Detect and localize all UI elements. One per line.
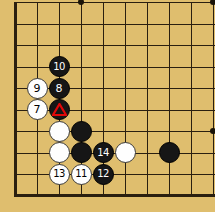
stone-black-C5 xyxy=(49,99,70,120)
stone-black-D3 xyxy=(71,142,92,163)
grid-line-horizontal xyxy=(14,45,215,46)
grid-line-vertical xyxy=(147,2,148,196)
go-board: 1089714131112 xyxy=(0,0,215,212)
grid-line-vertical xyxy=(191,2,192,196)
stone-black-E2: 12 xyxy=(93,164,114,185)
grid-line-horizontal xyxy=(14,2,215,3)
move-number-label: 8 xyxy=(56,82,63,93)
grid-line-horizontal xyxy=(14,67,215,68)
triangle-marker xyxy=(52,103,67,116)
stone-white-C2: 13 xyxy=(49,164,70,185)
stone-black-D4 xyxy=(71,121,92,142)
grid-line-horizontal xyxy=(14,131,215,132)
stone-black-C6: 8 xyxy=(49,78,70,99)
hoshi-dot xyxy=(210,128,215,134)
grid-line-vertical xyxy=(213,2,214,196)
move-number-label: 13 xyxy=(53,169,65,179)
grid-line-horizontal xyxy=(14,174,215,175)
grid-line-vertical xyxy=(169,2,170,196)
grid-line-horizontal xyxy=(14,24,215,25)
hoshi-dot xyxy=(78,0,84,5)
stone-white-C3 xyxy=(49,142,70,163)
stone-white-B5: 7 xyxy=(27,99,48,120)
go-diagram: 1089714131112 xyxy=(0,0,215,212)
stone-white-D2: 11 xyxy=(71,164,92,185)
move-number-label: 11 xyxy=(75,169,87,179)
move-number-label: 12 xyxy=(97,169,109,179)
stone-black-H3 xyxy=(159,142,180,163)
stone-white-C4 xyxy=(49,121,70,142)
stone-black-E3: 14 xyxy=(93,142,114,163)
stone-white-F3 xyxy=(115,142,136,163)
hoshi-dot xyxy=(210,0,215,5)
move-number-label: 10 xyxy=(53,61,65,71)
grid-line-horizontal xyxy=(14,194,215,197)
stone-black-C7: 10 xyxy=(49,56,70,77)
move-number-label: 9 xyxy=(34,82,41,93)
grid-line-vertical xyxy=(125,2,126,196)
stone-white-B6: 9 xyxy=(27,78,48,99)
grid-line-vertical xyxy=(14,2,17,196)
move-number-label: 7 xyxy=(34,104,41,115)
move-number-label: 14 xyxy=(97,147,109,157)
